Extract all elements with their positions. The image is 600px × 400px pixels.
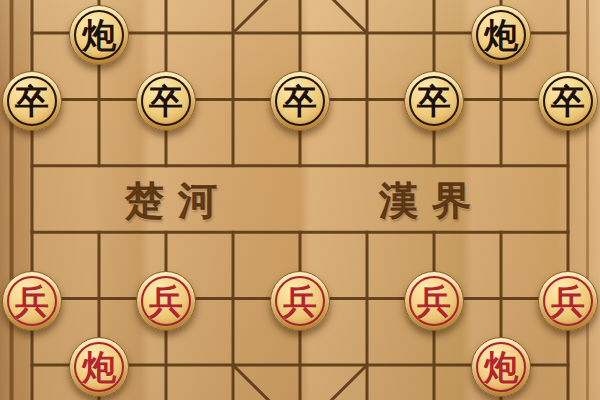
piece-character: 卒 [15,84,49,118]
piece-character: 卒 [551,84,585,118]
black-cannon[interactable]: 炮 [471,5,531,65]
piece-character: 炮 [484,350,518,384]
xiangqi-board: 楚河 漢界 炮炮卒卒卒卒卒兵兵兵兵兵炮炮 [0,0,600,400]
piece-character: 炮 [82,18,116,52]
piece-character: 兵 [551,284,585,318]
red-soldier[interactable]: 兵 [270,271,330,331]
red-soldier[interactable]: 兵 [136,271,196,331]
piece-character: 炮 [82,350,116,384]
piece-character: 兵 [149,284,183,318]
black-soldier[interactable]: 卒 [136,71,196,131]
piece-character: 卒 [149,84,183,118]
piece-character: 卒 [283,84,317,118]
red-soldier[interactable]: 兵 [538,271,598,331]
black-cannon[interactable]: 炮 [69,5,129,65]
red-cannon[interactable]: 炮 [471,337,531,397]
red-cannon[interactable]: 炮 [69,337,129,397]
piece-character: 兵 [283,284,317,318]
black-soldier[interactable]: 卒 [2,71,62,131]
red-soldier[interactable]: 兵 [2,271,62,331]
piece-character: 炮 [484,18,518,52]
black-soldier[interactable]: 卒 [538,71,598,131]
river-label-chu-he: 楚河 [125,174,231,228]
black-soldier[interactable]: 卒 [270,71,330,131]
red-soldier[interactable]: 兵 [404,271,464,331]
piece-character: 兵 [417,284,451,318]
piece-character: 卒 [417,84,451,118]
river-label-han-jie: 漢界 [379,174,485,228]
piece-character: 兵 [15,284,49,318]
black-soldier[interactable]: 卒 [404,71,464,131]
